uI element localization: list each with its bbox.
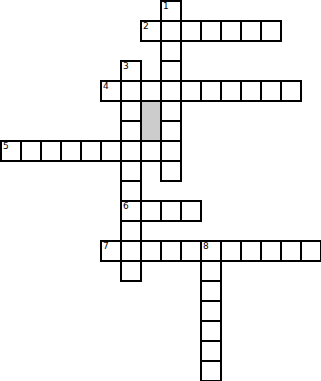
grid-cell[interactable] <box>180 200 202 222</box>
grid-cell[interactable] <box>120 100 142 122</box>
grid-cell[interactable] <box>120 260 142 282</box>
grid-cell[interactable] <box>140 80 162 102</box>
grid-cell[interactable] <box>40 140 62 162</box>
grid-cell[interactable] <box>60 140 82 162</box>
grid-cell[interactable] <box>200 280 222 302</box>
grid-cell[interactable] <box>220 20 242 42</box>
grid-cell[interactable] <box>200 360 222 381</box>
grid-cell[interactable] <box>160 100 182 122</box>
grid-cell[interactable] <box>260 240 282 262</box>
grid-cell[interactable] <box>200 20 222 42</box>
grid-cell[interactable] <box>100 140 122 162</box>
grid-cell[interactable] <box>120 120 142 142</box>
grid-cell[interactable] <box>260 80 282 102</box>
grid-cell[interactable] <box>160 160 182 182</box>
grid-cell[interactable] <box>180 240 202 262</box>
grid-cell[interactable] <box>220 240 242 262</box>
grid-cell[interactable] <box>160 200 182 222</box>
grid-cell[interactable]: 8 <box>200 240 222 262</box>
grid-cell[interactable] <box>240 20 262 42</box>
grid-cell[interactable] <box>160 240 182 262</box>
grid-cell[interactable] <box>140 140 162 162</box>
grid-cell[interactable] <box>240 240 262 262</box>
clue-number: 6 <box>123 202 129 211</box>
grid-cell[interactable] <box>160 120 182 142</box>
clue-number: 4 <box>103 82 109 91</box>
grid-cell[interactable] <box>120 220 142 242</box>
crossword-board: 12345678 <box>0 0 321 381</box>
clue-number: 1 <box>163 2 169 11</box>
clue-number: 7 <box>103 242 109 251</box>
grid-cell[interactable] <box>180 80 202 102</box>
grid-cell[interactable] <box>300 240 321 262</box>
grid-cell[interactable] <box>280 80 302 102</box>
grid-cell[interactable] <box>120 240 142 262</box>
grid-cell[interactable]: 1 <box>160 0 182 22</box>
grid-cell[interactable]: 6 <box>120 200 142 222</box>
grid-cell[interactable] <box>200 320 222 342</box>
grid-cell[interactable]: 4 <box>100 80 122 102</box>
grid-cell[interactable] <box>160 80 182 102</box>
grid-cell[interactable] <box>220 80 242 102</box>
grid-cell[interactable] <box>260 20 282 42</box>
grid-cell[interactable] <box>200 260 222 282</box>
shaded-cell[interactable] <box>140 100 162 142</box>
grid-cell[interactable] <box>140 240 162 262</box>
grid-cell[interactable] <box>120 160 142 182</box>
grid-cell[interactable]: 5 <box>0 140 22 162</box>
grid-cell[interactable] <box>140 200 162 222</box>
clue-number: 2 <box>143 22 149 31</box>
grid-cell[interactable] <box>160 60 182 82</box>
clue-number: 5 <box>3 142 9 151</box>
grid-cell[interactable] <box>20 140 42 162</box>
grid-cell[interactable] <box>120 140 142 162</box>
grid-cell[interactable] <box>120 180 142 202</box>
grid-cell[interactable] <box>200 340 222 362</box>
grid-cell[interactable] <box>160 140 182 162</box>
grid-cell[interactable] <box>200 300 222 322</box>
grid-cell[interactable] <box>180 20 202 42</box>
grid-cell[interactable] <box>200 80 222 102</box>
clue-number: 8 <box>203 242 209 251</box>
grid-cell[interactable]: 3 <box>120 60 142 82</box>
grid-cell[interactable] <box>160 40 182 62</box>
grid-cell[interactable] <box>120 80 142 102</box>
grid-cell[interactable]: 2 <box>140 20 162 42</box>
grid-cell[interactable] <box>280 240 302 262</box>
grid-cell[interactable]: 7 <box>100 240 122 262</box>
grid-cell[interactable] <box>240 80 262 102</box>
clue-number: 3 <box>123 62 129 71</box>
grid-cell[interactable] <box>160 20 182 42</box>
grid-cell[interactable] <box>80 140 102 162</box>
